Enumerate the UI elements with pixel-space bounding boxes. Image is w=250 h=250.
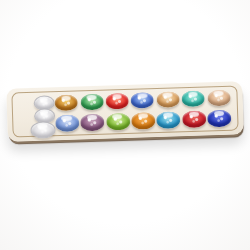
game-piece-amber[interactable] [55, 94, 78, 111]
game-piece-clear[interactable] [30, 121, 56, 139]
game-piece-lime[interactable] [106, 112, 131, 130]
piece-grid [53, 88, 232, 134]
game-piece-champagne[interactable] [207, 90, 230, 107]
game-piece-red[interactable] [105, 93, 128, 110]
photo-stage [0, 0, 250, 250]
game-piece-turquoise[interactable] [156, 111, 181, 129]
game-piece-orange[interactable] [131, 112, 156, 130]
game-piece-light-blue[interactable] [55, 114, 80, 132]
game-piece-blue[interactable] [131, 92, 154, 109]
game-piece-peach[interactable] [156, 91, 179, 108]
game-piece-teal[interactable] [182, 90, 205, 107]
game-piece-cobalt[interactable] [207, 109, 232, 127]
display-tray-board [6, 81, 244, 141]
game-piece-amethyst[interactable] [80, 113, 105, 131]
game-piece-crimson[interactable] [182, 110, 207, 128]
clear-piece-stack [33, 95, 55, 139]
game-piece-green[interactable] [80, 94, 103, 111]
